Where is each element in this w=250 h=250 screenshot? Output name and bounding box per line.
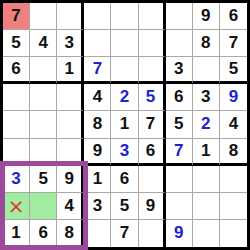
cell-r9c9[interactable] <box>220 220 247 247</box>
cell-r5c6[interactable]: 7 <box>139 111 166 138</box>
cell-r3c4[interactable]: 7 <box>84 57 111 84</box>
cell-r3c9[interactable]: 5 <box>220 57 247 84</box>
sudoku-grid: 796543876173542563981752493671835916×435… <box>3 3 247 247</box>
cell-r7c4[interactable]: 1 <box>84 166 111 193</box>
sudoku-board: 796543876173542563981752493671835916×435… <box>0 0 250 250</box>
cell-r9c4[interactable] <box>84 220 111 247</box>
cell-r4c2[interactable] <box>30 84 57 111</box>
cell-r9c5[interactable]: 7 <box>111 220 138 247</box>
cell-r1c6[interactable] <box>139 3 166 30</box>
cell-r4c4[interactable]: 4 <box>84 84 111 111</box>
cell-r6c6[interactable]: 6 <box>139 139 166 166</box>
cell-r9c7[interactable]: 9 <box>166 220 193 247</box>
cell-r1c4[interactable] <box>84 3 111 30</box>
cell-r8c2[interactable] <box>30 193 57 220</box>
cell-r1c1[interactable]: 7 <box>3 3 30 30</box>
cell-r3c7[interactable]: 3 <box>166 57 193 84</box>
cell-r5c8[interactable]: 2 <box>193 111 220 138</box>
cell-r3c2[interactable] <box>30 57 57 84</box>
cell-r1c8[interactable]: 9 <box>193 3 220 30</box>
cell-r2c6[interactable] <box>139 30 166 57</box>
cell-r4c1[interactable] <box>3 84 30 111</box>
cell-r6c7[interactable]: 7 <box>166 139 193 166</box>
cell-r4c7[interactable]: 6 <box>166 84 193 111</box>
cell-r3c6[interactable] <box>139 57 166 84</box>
cell-r5c3[interactable] <box>57 111 84 138</box>
cell-r9c6[interactable] <box>139 220 166 247</box>
cell-r5c1[interactable] <box>3 111 30 138</box>
cell-r9c8[interactable] <box>193 220 220 247</box>
cell-r6c3[interactable] <box>57 139 84 166</box>
cell-r6c8[interactable]: 1 <box>193 139 220 166</box>
cell-r4c5[interactable]: 2 <box>111 84 138 111</box>
cell-r8c9[interactable] <box>220 193 247 220</box>
cell-r7c9[interactable] <box>220 166 247 193</box>
cell-r6c2[interactable] <box>30 139 57 166</box>
cell-r3c8[interactable] <box>193 57 220 84</box>
cell-r2c4[interactable] <box>84 30 111 57</box>
cell-r7c1[interactable]: 3 <box>3 166 30 193</box>
cell-r1c2[interactable] <box>30 3 57 30</box>
cell-r2c8[interactable]: 8 <box>193 30 220 57</box>
cell-r3c5[interactable] <box>111 57 138 84</box>
cell-r2c5[interactable] <box>111 30 138 57</box>
cell-r8c7[interactable] <box>166 193 193 220</box>
cell-r7c2[interactable]: 5 <box>30 166 57 193</box>
cell-r5c7[interactable]: 5 <box>166 111 193 138</box>
cell-r5c9[interactable]: 4 <box>220 111 247 138</box>
cell-r8c1[interactable]: × <box>3 193 30 220</box>
cell-r6c1[interactable] <box>3 139 30 166</box>
cell-r7c6[interactable] <box>139 166 166 193</box>
cell-r7c8[interactable] <box>193 166 220 193</box>
cell-r1c3[interactable] <box>57 3 84 30</box>
cell-r9c3[interactable]: 8 <box>57 220 84 247</box>
cell-r4c9[interactable]: 9 <box>220 84 247 111</box>
cell-r5c4[interactable]: 8 <box>84 111 111 138</box>
cell-r8c6[interactable]: 9 <box>139 193 166 220</box>
cell-r8c3[interactable]: 4 <box>57 193 84 220</box>
cell-r4c3[interactable] <box>57 84 84 111</box>
cell-r8c8[interactable] <box>193 193 220 220</box>
cell-r5c5[interactable]: 1 <box>111 111 138 138</box>
cell-r1c9[interactable]: 6 <box>220 3 247 30</box>
cell-r7c3[interactable]: 9 <box>57 166 84 193</box>
cell-r2c3[interactable]: 3 <box>57 30 84 57</box>
cell-r1c7[interactable] <box>166 3 193 30</box>
cell-r7c5[interactable]: 6 <box>111 166 138 193</box>
cell-r4c6[interactable]: 5 <box>139 84 166 111</box>
cell-r2c2[interactable]: 4 <box>30 30 57 57</box>
cell-r5c2[interactable] <box>30 111 57 138</box>
cell-r2c7[interactable] <box>166 30 193 57</box>
cell-r6c5[interactable]: 3 <box>111 139 138 166</box>
cell-r8c5[interactable]: 5 <box>111 193 138 220</box>
cell-r3c3[interactable]: 1 <box>57 57 84 84</box>
cell-r8c4[interactable]: 3 <box>84 193 111 220</box>
cell-r2c9[interactable]: 7 <box>220 30 247 57</box>
cell-r6c9[interactable]: 8 <box>220 139 247 166</box>
cell-r9c2[interactable]: 6 <box>30 220 57 247</box>
cell-r9c1[interactable]: 1 <box>3 220 30 247</box>
cell-r7c7[interactable] <box>166 166 193 193</box>
cell-r2c1[interactable]: 5 <box>3 30 30 57</box>
cell-r1c5[interactable] <box>111 3 138 30</box>
cell-r6c4[interactable]: 9 <box>84 139 111 166</box>
x-mark-icon: × <box>8 196 25 216</box>
cell-r3c1[interactable]: 6 <box>3 57 30 84</box>
cell-r4c8[interactable]: 3 <box>193 84 220 111</box>
